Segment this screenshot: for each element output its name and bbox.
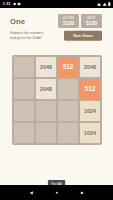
wifi-icon [97, 2, 101, 5]
tile-2048: 2048 [36, 57, 56, 77]
navigation-bar: ◀ ● ■ [0, 185, 113, 200]
score-value: 5120 [63, 20, 74, 26]
signal-icon [103, 2, 107, 5]
board-cell: 1024 [80, 101, 100, 121]
game-instructions: Subtract the numbers and get to the 1 ti… [10, 31, 43, 41]
tile-2048: 2048 [36, 79, 56, 99]
board-cell: 2048 [36, 79, 56, 99]
board-cell [14, 123, 34, 143]
tile-1024: 1024 [80, 123, 100, 143]
best-box: BEST 5120 [81, 14, 102, 28]
board-cell: 2048 [80, 57, 100, 77]
app-surface: One SCORE 5120 BEST 5120 Subtract the nu… [0, 8, 113, 185]
board-cell [58, 101, 78, 121]
new-game-button[interactable]: New Game [64, 31, 102, 41]
header: One SCORE 5120 BEST 5120 [0, 8, 113, 28]
board-cell [36, 101, 56, 121]
board-cell: 512 [58, 57, 78, 77]
tile-512: 512 [58, 57, 78, 77]
board-cell: 1024 [80, 123, 100, 143]
clock: 1:31 [3, 2, 11, 6]
tile-2048: 2048 [80, 57, 100, 77]
phone-screen: 1:31 One SCORE 5120 BEST 5120 [0, 0, 113, 200]
score-box: SCORE 5120 [58, 14, 79, 28]
back-icon[interactable]: ◀ [30, 185, 33, 200]
page-title: One [10, 17, 25, 26]
recents-icon[interactable]: ■ [81, 185, 84, 200]
status-bar: 1:31 [0, 0, 113, 8]
board-cell [58, 123, 78, 143]
goal-text: 1 tile! [32, 36, 41, 40]
board-grid[interactable]: 20485122048204851210241024 [12, 55, 102, 145]
board-cell [14, 101, 34, 121]
board-cell [14, 79, 34, 99]
board-cell [14, 57, 34, 77]
home-icon[interactable]: ● [56, 185, 59, 200]
tile-512: 512 [80, 79, 100, 99]
board-cell: 2048 [36, 57, 56, 77]
board-cell [58, 79, 78, 99]
notification-icon [18, 3, 21, 6]
battery-icon [108, 2, 110, 6]
tile-1024: 1024 [80, 101, 100, 121]
board-cell: 512 [80, 79, 100, 99]
board-cell [36, 123, 56, 143]
notification-icon [13, 3, 16, 6]
best-value: 5120 [86, 20, 97, 26]
